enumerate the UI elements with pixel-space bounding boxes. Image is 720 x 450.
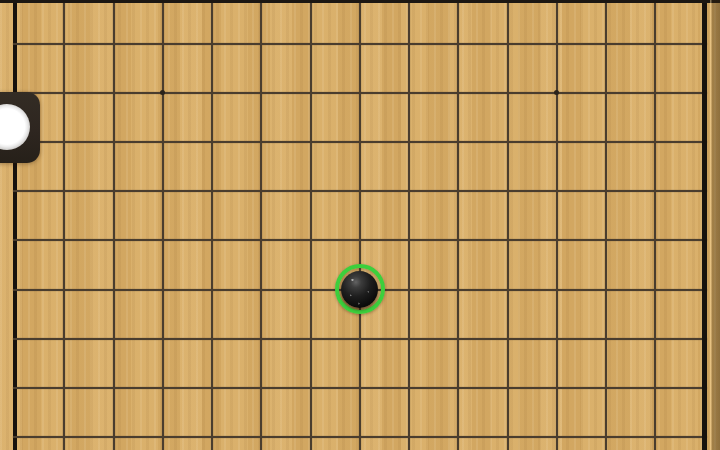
star-point (554, 90, 559, 95)
gomoku-board[interactable] (0, 0, 720, 450)
white-player-panel (0, 92, 40, 163)
last-move-marker (335, 264, 385, 314)
board-grid (0, 0, 720, 450)
board-right-edge-shade (710, 0, 720, 450)
black-stone (341, 271, 378, 308)
star-point (160, 90, 165, 95)
board-top-edge-line (0, 0, 720, 3)
game-screen (0, 0, 720, 450)
white-stone-icon (0, 104, 30, 150)
